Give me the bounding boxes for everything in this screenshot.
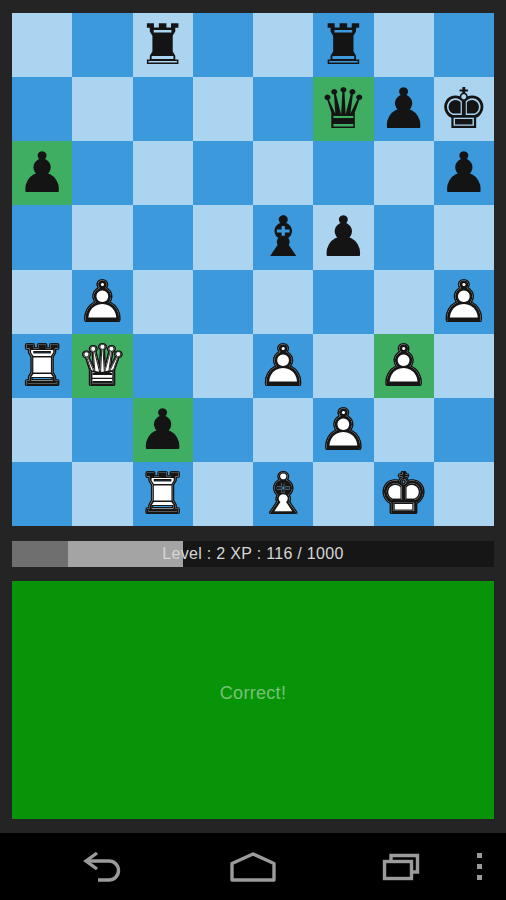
square-d3[interactable] (193, 334, 253, 398)
square-d2[interactable] (193, 398, 253, 462)
piece-black-king: ♚ (434, 77, 494, 141)
back-icon (81, 850, 129, 884)
square-h5[interactable] (434, 205, 494, 269)
square-b4[interactable]: ♟♙ (72, 270, 132, 334)
piece-white-pawn: ♟♙ (313, 398, 373, 462)
square-e7[interactable] (253, 77, 313, 141)
square-f5[interactable]: ♟ (313, 205, 373, 269)
overflow-menu-button[interactable] (470, 833, 488, 900)
square-g7[interactable]: ♟ (374, 77, 434, 141)
square-d1[interactable] (193, 462, 253, 526)
square-c7[interactable] (133, 77, 193, 141)
piece-white-king: ♚♔ (374, 462, 434, 526)
chess-board: ♜♜♛♟♚♟♟♝♟♟♙♟♙♜♖♛♕♟♙♟♙♟♟♙♜♖♝♗♚♔ (12, 13, 494, 526)
square-e3[interactable]: ♟♙ (253, 334, 313, 398)
piece-white-rook: ♜♖ (133, 462, 193, 526)
square-e5[interactable]: ♝ (253, 205, 313, 269)
square-f2[interactable]: ♟♙ (313, 398, 373, 462)
square-b6[interactable] (72, 141, 132, 205)
piece-black-rook: ♜ (313, 13, 373, 77)
square-h4[interactable]: ♟♙ (434, 270, 494, 334)
square-g2[interactable] (374, 398, 434, 462)
piece-white-bishop: ♝♗ (253, 462, 313, 526)
square-h3[interactable] (434, 334, 494, 398)
square-c2[interactable]: ♟ (133, 398, 193, 462)
piece-white-pawn: ♟♙ (374, 334, 434, 398)
square-f3[interactable] (313, 334, 373, 398)
square-h8[interactable] (434, 13, 494, 77)
piece-black-pawn: ♟ (12, 141, 72, 205)
piece-black-rook: ♜ (133, 13, 193, 77)
piece-white-queen: ♛♕ (72, 334, 132, 398)
square-f7[interactable]: ♛ (313, 77, 373, 141)
square-g5[interactable] (374, 205, 434, 269)
piece-black-pawn: ♟ (434, 141, 494, 205)
square-g3[interactable]: ♟♙ (374, 334, 434, 398)
square-a1[interactable] (12, 462, 72, 526)
home-icon (229, 852, 277, 882)
square-e8[interactable] (253, 13, 313, 77)
recents-button[interactable] (378, 833, 423, 900)
xp-progress-bar: Level : 2 XP : 116 / 1000 (12, 541, 494, 567)
piece-black-bishop: ♝ (253, 205, 313, 269)
result-panel[interactable]: Correct! (12, 581, 494, 819)
overflow-dots-icon (477, 853, 482, 880)
square-g8[interactable] (374, 13, 434, 77)
square-c4[interactable] (133, 270, 193, 334)
square-h7[interactable]: ♚ (434, 77, 494, 141)
back-button[interactable] (81, 833, 129, 900)
square-d7[interactable] (193, 77, 253, 141)
piece-white-pawn: ♟♙ (434, 270, 494, 334)
square-e6[interactable] (253, 141, 313, 205)
piece-black-pawn: ♟ (313, 205, 373, 269)
square-f6[interactable] (313, 141, 373, 205)
square-e4[interactable] (253, 270, 313, 334)
square-f8[interactable]: ♜ (313, 13, 373, 77)
piece-black-pawn: ♟ (374, 77, 434, 141)
square-h2[interactable] (434, 398, 494, 462)
square-a5[interactable] (12, 205, 72, 269)
piece-white-rook: ♜♖ (12, 334, 72, 398)
square-h6[interactable]: ♟ (434, 141, 494, 205)
square-c3[interactable] (133, 334, 193, 398)
android-navbar (0, 833, 506, 900)
square-c8[interactable]: ♜ (133, 13, 193, 77)
square-c1[interactable]: ♜♖ (133, 462, 193, 526)
square-c6[interactable] (133, 141, 193, 205)
result-message: Correct! (220, 683, 286, 704)
app-screen: { "game": "chess", "app": { "description… (0, 0, 506, 900)
recents-icon (381, 852, 421, 882)
square-f4[interactable] (313, 270, 373, 334)
piece-white-pawn: ♟♙ (72, 270, 132, 334)
square-d8[interactable] (193, 13, 253, 77)
square-g1[interactable]: ♚♔ (374, 462, 434, 526)
square-g6[interactable] (374, 141, 434, 205)
square-d5[interactable] (193, 205, 253, 269)
square-b5[interactable] (72, 205, 132, 269)
piece-black-pawn: ♟ (133, 398, 193, 462)
xp-level-label: Level : 2 XP : 116 / 1000 (12, 541, 494, 567)
square-h1[interactable] (434, 462, 494, 526)
square-d4[interactable] (193, 270, 253, 334)
square-a3[interactable]: ♜♖ (12, 334, 72, 398)
square-e1[interactable]: ♝♗ (253, 462, 313, 526)
square-b3[interactable]: ♛♕ (72, 334, 132, 398)
square-b7[interactable] (72, 77, 132, 141)
square-c5[interactable] (133, 205, 193, 269)
square-a8[interactable] (12, 13, 72, 77)
square-b2[interactable] (72, 398, 132, 462)
square-b1[interactable] (72, 462, 132, 526)
square-b8[interactable] (72, 13, 132, 77)
square-a4[interactable] (12, 270, 72, 334)
square-a2[interactable] (12, 398, 72, 462)
piece-white-pawn: ♟♙ (253, 334, 313, 398)
square-a7[interactable] (12, 77, 72, 141)
home-button[interactable] (229, 833, 277, 900)
piece-black-queen: ♛ (313, 77, 373, 141)
square-g4[interactable] (374, 270, 434, 334)
square-f1[interactable] (313, 462, 373, 526)
square-a6[interactable]: ♟ (12, 141, 72, 205)
square-d6[interactable] (193, 141, 253, 205)
square-e2[interactable] (253, 398, 313, 462)
